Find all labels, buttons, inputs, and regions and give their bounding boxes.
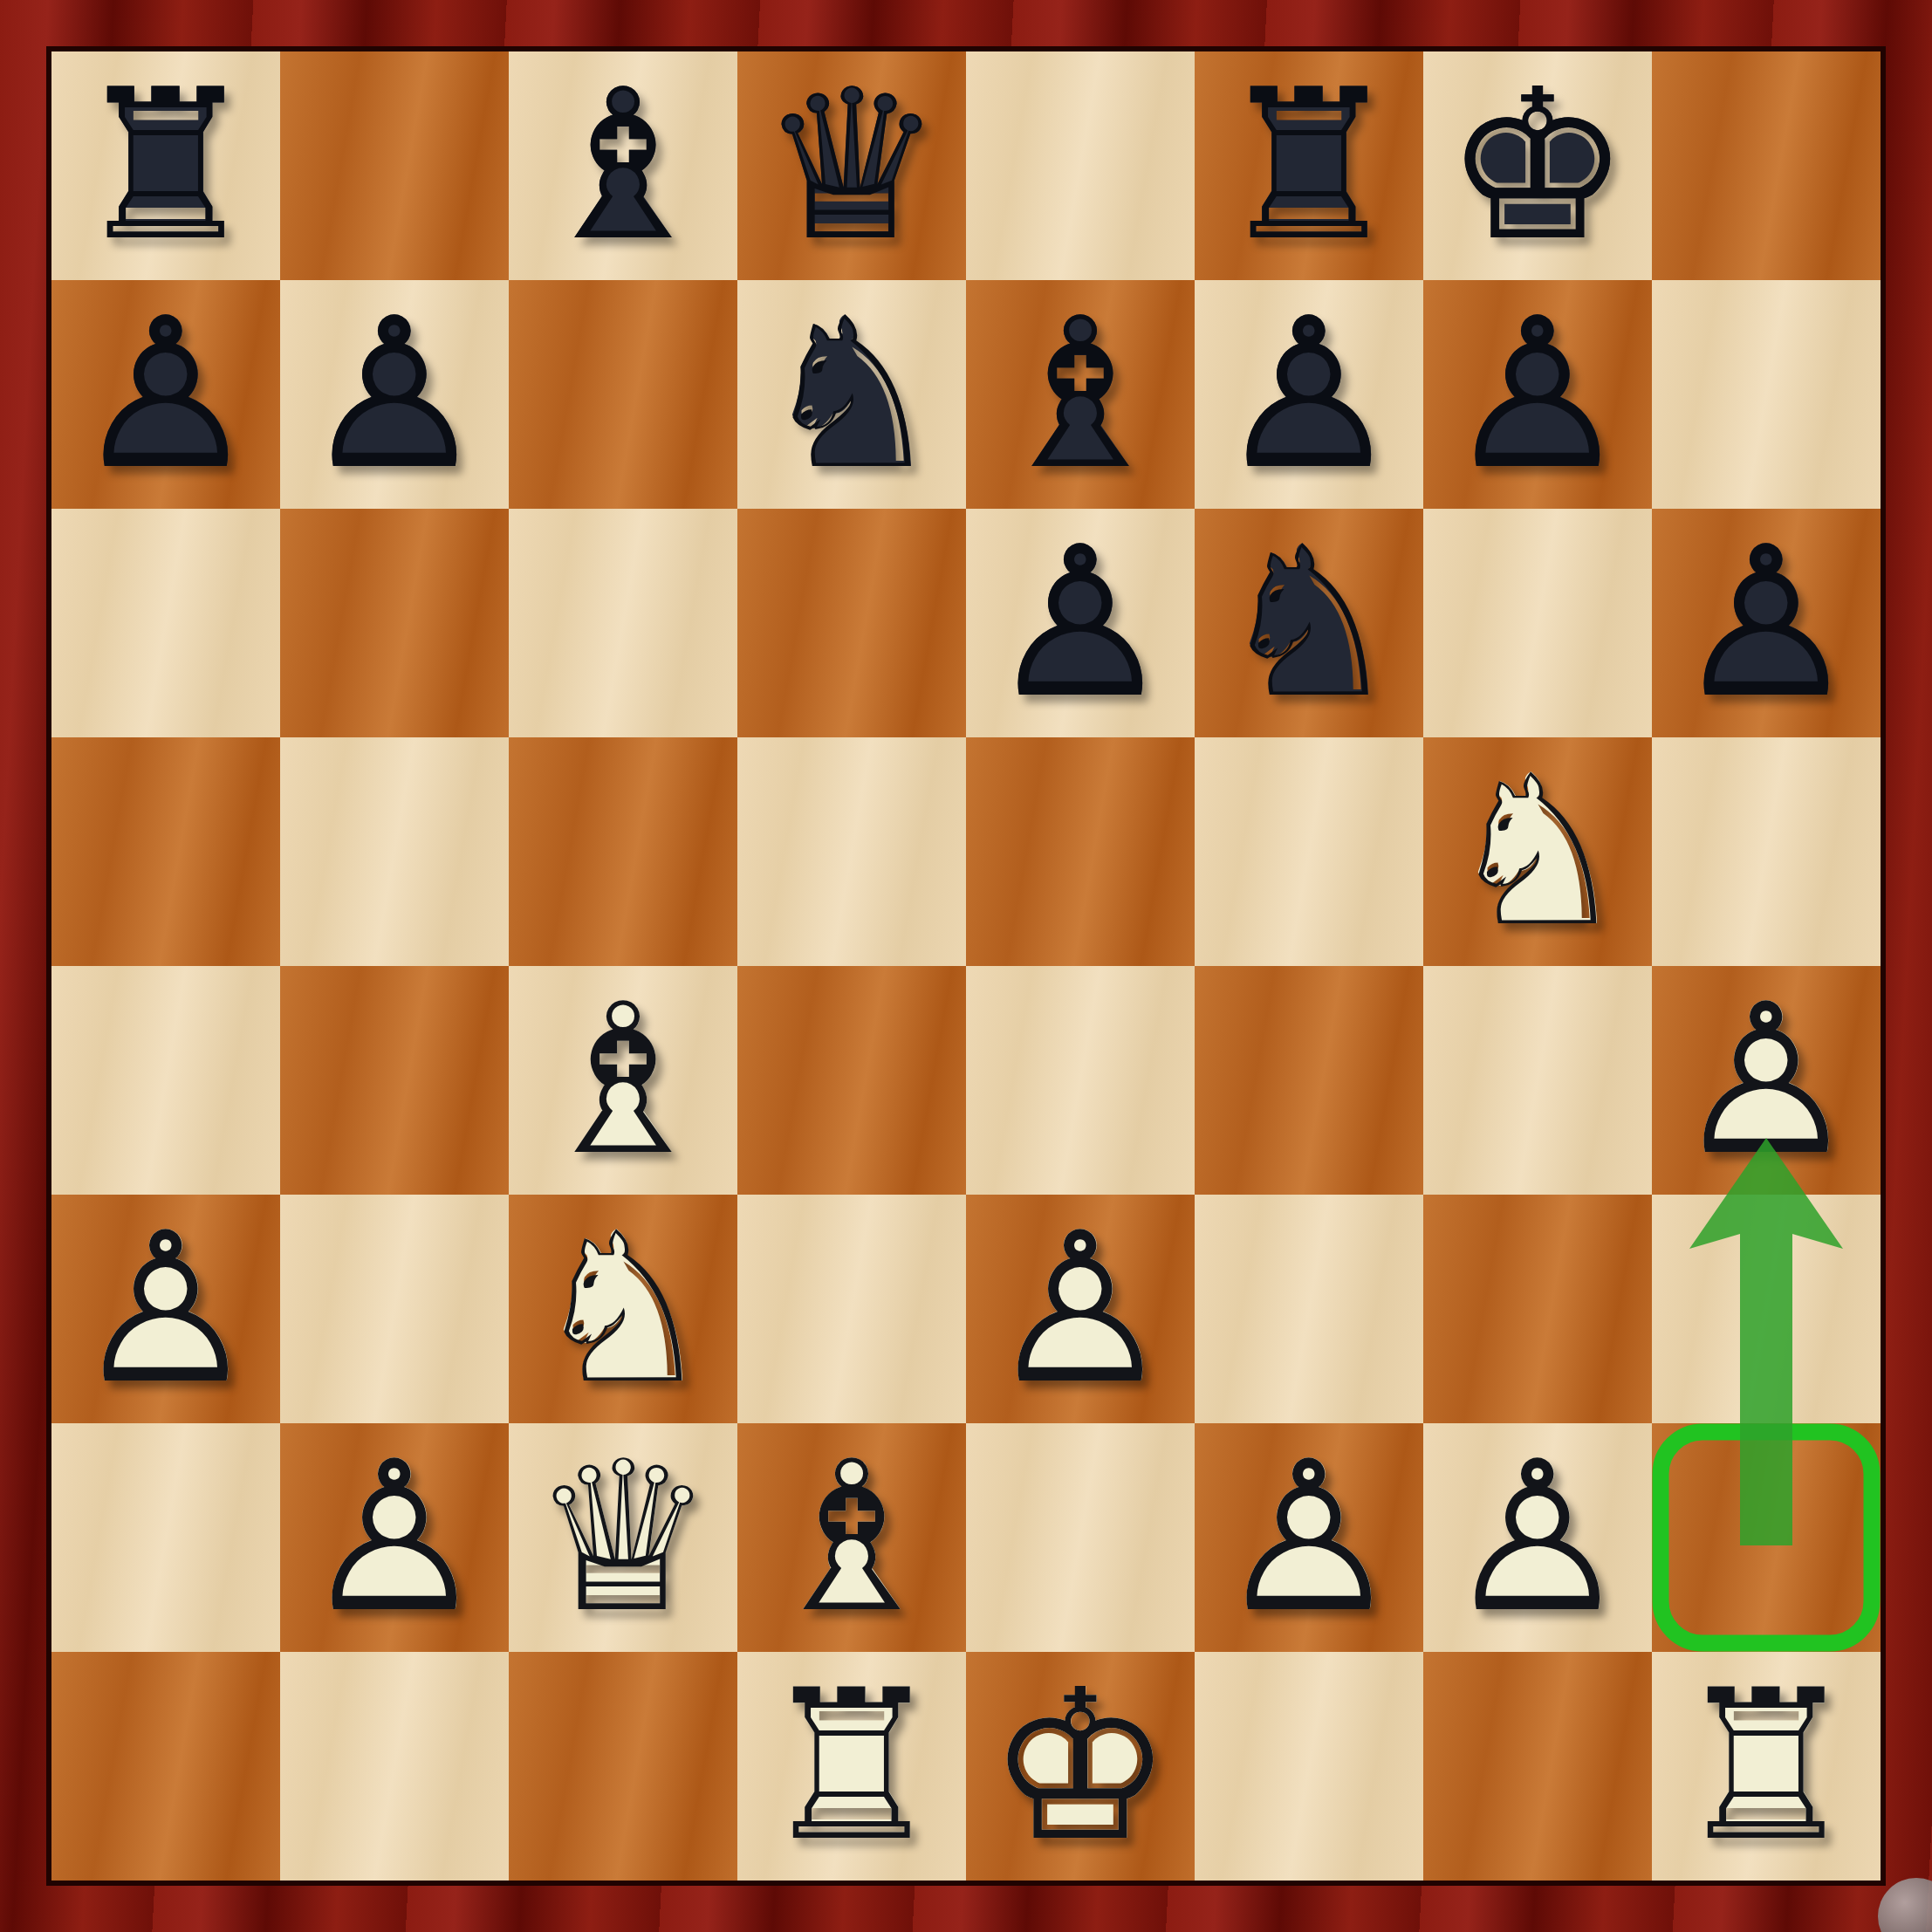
square-a5[interactable]: [51, 737, 280, 966]
square-g7[interactable]: ♟♙: [1423, 280, 1652, 509]
square-b3[interactable]: [280, 1195, 509, 1423]
piece-glyph-outline: ♕: [509, 1423, 737, 1652]
piece-glyph-outline: ♕: [737, 51, 966, 280]
square-d4[interactable]: [737, 966, 966, 1195]
square-a4[interactable]: [51, 966, 280, 1195]
white-knight[interactable]: ♞♘: [509, 1195, 737, 1423]
square-h5[interactable]: [1652, 737, 1881, 966]
black-rook[interactable]: ♜♖: [1195, 51, 1423, 280]
black-pawn[interactable]: ♟♙: [1195, 280, 1423, 509]
piece-glyph-outline: ♙: [280, 1423, 509, 1652]
square-a7[interactable]: ♟♙: [51, 280, 280, 509]
piece-glyph-outline: ♙: [51, 280, 280, 509]
square-e1[interactable]: ♚♔: [966, 1652, 1195, 1881]
white-queen[interactable]: ♛♕: [509, 1423, 737, 1652]
square-d8[interactable]: ♛♕: [737, 51, 966, 280]
square-g5[interactable]: ♞♘: [1423, 737, 1652, 966]
piece-glyph-outline: ♘: [509, 1195, 737, 1423]
piece-glyph-outline: ♙: [1195, 280, 1423, 509]
square-h3[interactable]: [1652, 1195, 1881, 1423]
white-rook[interactable]: ♜♖: [1652, 1652, 1881, 1881]
square-d1[interactable]: ♜♖: [737, 1652, 966, 1881]
white-pawn[interactable]: ♟♙: [966, 1195, 1195, 1423]
square-f2[interactable]: ♟♙: [1195, 1423, 1423, 1652]
square-b5[interactable]: [280, 737, 509, 966]
square-c5[interactable]: [509, 737, 737, 966]
piece-glyph-outline: ♖: [1195, 51, 1423, 280]
square-h2[interactable]: [1652, 1423, 1881, 1652]
piece-glyph-outline: ♗: [737, 1423, 966, 1652]
piece-glyph-outline: ♖: [737, 1652, 966, 1881]
square-h4[interactable]: ♟♙: [1652, 966, 1881, 1195]
white-pawn[interactable]: ♟♙: [1423, 1423, 1652, 1652]
square-h8[interactable]: [1652, 51, 1881, 280]
square-g6[interactable]: [1423, 509, 1652, 737]
black-queen[interactable]: ♛♕: [737, 51, 966, 280]
white-pawn[interactable]: ♟♙: [51, 1195, 280, 1423]
piece-glyph-outline: ♔: [966, 1652, 1195, 1881]
square-a1[interactable]: [51, 1652, 280, 1881]
piece-glyph-outline: ♗: [509, 51, 737, 280]
square-f8[interactable]: ♜♖: [1195, 51, 1423, 280]
square-a2[interactable]: [51, 1423, 280, 1652]
piece-glyph-outline: ♔: [1423, 51, 1652, 280]
piece-glyph-outline: ♙: [966, 509, 1195, 737]
square-f7[interactable]: ♟♙: [1195, 280, 1423, 509]
white-rook[interactable]: ♜♖: [737, 1652, 966, 1881]
square-g2[interactable]: ♟♙: [1423, 1423, 1652, 1652]
piece-glyph-outline: ♙: [1423, 280, 1652, 509]
square-e4[interactable]: [966, 966, 1195, 1195]
square-h6[interactable]: ♟♙: [1652, 509, 1881, 737]
piece-glyph-outline: ♙: [1652, 966, 1881, 1195]
square-d5[interactable]: [737, 737, 966, 966]
square-b1[interactable]: [280, 1652, 509, 1881]
square-c4[interactable]: ♝♗: [509, 966, 737, 1195]
white-pawn[interactable]: ♟♙: [1195, 1423, 1423, 1652]
piece-glyph-outline: ♙: [1423, 1423, 1652, 1652]
square-b4[interactable]: [280, 966, 509, 1195]
black-pawn[interactable]: ♟♙: [280, 280, 509, 509]
black-rook[interactable]: ♜♖: [51, 51, 280, 280]
piece-glyph-outline: ♘: [737, 280, 966, 509]
white-bishop[interactable]: ♝♗: [509, 966, 737, 1195]
square-g3[interactable]: [1423, 1195, 1652, 1423]
square-f4[interactable]: [1195, 966, 1423, 1195]
square-e5[interactable]: [966, 737, 1195, 966]
piece-glyph-outline: ♙: [1652, 509, 1881, 737]
piece-glyph-outline: ♘: [1423, 737, 1652, 966]
black-pawn[interactable]: ♟♙: [1652, 509, 1881, 737]
square-a3[interactable]: ♟♙: [51, 1195, 280, 1423]
square-f6[interactable]: ♞♘: [1195, 509, 1423, 737]
square-e8[interactable]: [966, 51, 1195, 280]
white-knight[interactable]: ♞♘: [1423, 737, 1652, 966]
white-pawn[interactable]: ♟♙: [280, 1423, 509, 1652]
square-d3[interactable]: [737, 1195, 966, 1423]
black-knight[interactable]: ♞♘: [1195, 509, 1423, 737]
square-h1[interactable]: ♜♖: [1652, 1652, 1881, 1881]
square-d7[interactable]: ♞♘: [737, 280, 966, 509]
black-king[interactable]: ♚♔: [1423, 51, 1652, 280]
square-c8[interactable]: ♝♗: [509, 51, 737, 280]
piece-glyph-outline: ♙: [280, 280, 509, 509]
square-a8[interactable]: ♜♖: [51, 51, 280, 280]
square-e6[interactable]: ♟♙: [966, 509, 1195, 737]
square-c3[interactable]: ♞♘: [509, 1195, 737, 1423]
chess-diagram-page: ♜♖♝♗♛♕♜♖♚♔♟♙♟♙♞♘♝♗♟♙♟♙♟♙♞♘♟♙♞♘♝♗♟♙♟♙♞♘♟♙…: [0, 0, 1932, 1932]
square-h7[interactable]: [1652, 280, 1881, 509]
piece-glyph-outline: ♖: [1652, 1652, 1881, 1881]
square-d2[interactable]: ♝♗: [737, 1423, 966, 1652]
piece-glyph-outline: ♙: [51, 1195, 280, 1423]
black-pawn[interactable]: ♟♙: [51, 280, 280, 509]
square-a6[interactable]: [51, 509, 280, 737]
white-bishop[interactable]: ♝♗: [737, 1423, 966, 1652]
square-b6[interactable]: [280, 509, 509, 737]
piece-glyph-outline: ♗: [509, 966, 737, 1195]
black-bishop[interactable]: ♝♗: [966, 280, 1195, 509]
square-e2[interactable]: [966, 1423, 1195, 1652]
square-e7[interactable]: ♝♗: [966, 280, 1195, 509]
piece-glyph-outline: ♘: [1195, 509, 1423, 737]
white-pawn[interactable]: ♟♙: [1652, 966, 1881, 1195]
square-e3[interactable]: ♟♙: [966, 1195, 1195, 1423]
black-pawn[interactable]: ♟♙: [1423, 280, 1652, 509]
square-b8[interactable]: [280, 51, 509, 280]
white-king[interactable]: ♚♔: [966, 1652, 1195, 1881]
square-d6[interactable]: [737, 509, 966, 737]
square-g1[interactable]: [1423, 1652, 1652, 1881]
square-c7[interactable]: [509, 280, 737, 509]
square-f3[interactable]: [1195, 1195, 1423, 1423]
square-g4[interactable]: [1423, 966, 1652, 1195]
square-c1[interactable]: [509, 1652, 737, 1881]
square-b2[interactable]: ♟♙: [280, 1423, 509, 1652]
chess-board: ♜♖♝♗♛♕♜♖♚♔♟♙♟♙♞♘♝♗♟♙♟♙♟♙♞♘♟♙♞♘♝♗♟♙♟♙♞♘♟♙…: [51, 51, 1881, 1881]
black-bishop[interactable]: ♝♗: [509, 51, 737, 280]
black-knight[interactable]: ♞♘: [737, 280, 966, 509]
square-b7[interactable]: ♟♙: [280, 280, 509, 509]
piece-glyph-outline: ♖: [51, 51, 280, 280]
square-g8[interactable]: ♚♔: [1423, 51, 1652, 280]
square-f5[interactable]: [1195, 737, 1423, 966]
square-c2[interactable]: ♛♕: [509, 1423, 737, 1652]
piece-glyph-outline: ♙: [1195, 1423, 1423, 1652]
square-c6[interactable]: [509, 509, 737, 737]
black-pawn[interactable]: ♟♙: [966, 509, 1195, 737]
piece-glyph-outline: ♙: [966, 1195, 1195, 1423]
square-f1[interactable]: [1195, 1652, 1423, 1881]
piece-glyph-outline: ♗: [966, 280, 1195, 509]
